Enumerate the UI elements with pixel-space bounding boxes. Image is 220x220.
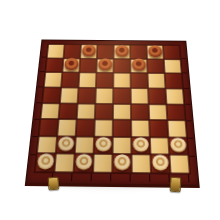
board-square[interactable] (37, 136, 57, 154)
board-square[interactable] (130, 59, 147, 74)
board-square[interactable] (96, 73, 114, 88)
product-photo-scene (0, 0, 220, 220)
board-square[interactable] (57, 119, 76, 136)
brass-clasp-left (48, 177, 60, 191)
board-square[interactable] (113, 59, 130, 74)
board-square[interactable] (148, 88, 166, 104)
board-square[interactable] (61, 72, 79, 87)
checker-piece-light[interactable] (37, 154, 54, 170)
board-square[interactable] (166, 88, 185, 104)
board-frame (25, 40, 200, 188)
board-square[interactable] (113, 103, 131, 119)
board-square[interactable] (56, 136, 76, 154)
checker-piece-dark[interactable] (82, 45, 96, 57)
board-square[interactable] (75, 136, 95, 154)
board-square[interactable] (78, 88, 96, 104)
board-square[interactable] (47, 44, 65, 58)
board-square[interactable] (93, 154, 113, 173)
board-square[interactable] (79, 73, 97, 88)
board-square[interactable] (150, 155, 170, 174)
board-square[interactable] (42, 87, 61, 103)
board-square[interactable] (35, 154, 56, 173)
board-square[interactable] (131, 137, 150, 155)
board-square[interactable] (64, 44, 81, 58)
checker-piece-dark[interactable] (115, 45, 129, 57)
board-square[interactable] (79, 58, 97, 73)
board-square[interactable] (77, 103, 96, 119)
board-square[interactable] (54, 154, 74, 173)
board-square[interactable] (167, 120, 187, 137)
checker-piece-dark[interactable] (132, 59, 146, 71)
board-square[interactable] (76, 119, 95, 136)
board (34, 43, 191, 174)
board-square[interactable] (165, 73, 183, 88)
checker-piece-light[interactable] (152, 155, 168, 171)
checker-piece-dark[interactable] (148, 45, 162, 57)
board-square[interactable] (131, 155, 151, 174)
board-square[interactable] (149, 120, 168, 137)
board-square[interactable] (130, 45, 147, 59)
board-square[interactable] (113, 73, 130, 88)
board-square[interactable] (113, 137, 132, 155)
checker-piece-dark[interactable] (64, 58, 79, 70)
board-square[interactable] (147, 59, 165, 74)
board-square[interactable] (113, 120, 132, 137)
board-square[interactable] (169, 155, 189, 174)
checker-piece-light[interactable] (114, 155, 130, 171)
checker-piece-light[interactable] (133, 137, 149, 152)
board-square[interactable] (131, 120, 150, 137)
board-square[interactable] (94, 120, 113, 137)
board-square[interactable] (97, 45, 114, 59)
board-square[interactable] (40, 103, 59, 119)
board-square[interactable] (163, 45, 181, 59)
board-square[interactable] (131, 104, 149, 120)
board-square[interactable] (95, 103, 113, 119)
board-square[interactable] (96, 58, 113, 73)
board-square[interactable] (150, 137, 170, 155)
board-square[interactable] (168, 137, 188, 155)
board-square[interactable] (164, 59, 182, 74)
board-perspective-wrap (25, 40, 200, 188)
checker-piece-dark[interactable] (98, 59, 112, 71)
board-square[interactable] (45, 58, 63, 73)
board-square[interactable] (39, 119, 59, 136)
board-square[interactable] (147, 45, 164, 59)
checker-piece-light[interactable] (58, 136, 74, 151)
board-square[interactable] (80, 44, 97, 58)
board-square[interactable] (149, 104, 168, 120)
board-square[interactable] (166, 104, 185, 120)
board-square[interactable] (114, 45, 131, 59)
board-square[interactable] (131, 73, 149, 88)
board-square[interactable] (60, 87, 79, 103)
checker-piece-light[interactable] (76, 154, 92, 170)
checker-piece-light[interactable] (95, 137, 111, 152)
board-square[interactable] (94, 136, 113, 154)
board-square[interactable] (112, 154, 131, 173)
board-square[interactable] (44, 72, 63, 87)
board-square[interactable] (131, 88, 149, 104)
board-square[interactable] (113, 88, 131, 104)
checker-piece-light[interactable] (170, 137, 186, 152)
board-square[interactable] (74, 154, 94, 173)
brass-clasp-right (170, 177, 182, 193)
board-square[interactable] (148, 73, 166, 88)
board-square[interactable] (95, 88, 113, 104)
board-square[interactable] (62, 58, 80, 73)
board-square[interactable] (59, 103, 78, 119)
